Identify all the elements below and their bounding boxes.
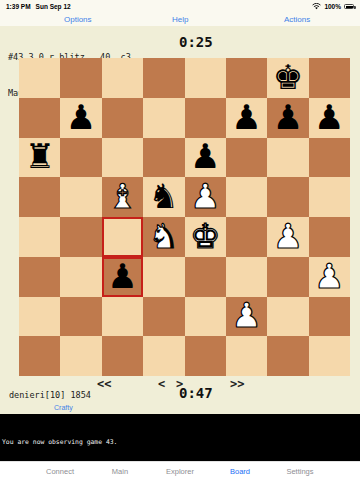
square-h1[interactable] [309, 336, 350, 376]
square-f8[interactable] [226, 58, 267, 98]
chess-board: ♚♟♟♟♟♜♟♝♞♟♞♚♟♟♟♟ [19, 58, 350, 376]
square-c6[interactable] [102, 138, 143, 178]
square-b1[interactable] [60, 336, 101, 376]
piece-white-knight-d4: ♞ [149, 219, 179, 253]
square-d6[interactable] [143, 138, 184, 178]
piece-black-pawn-f7: ♟ [231, 100, 261, 134]
menu-options[interactable]: Options [64, 15, 92, 24]
square-f4[interactable] [226, 217, 267, 257]
square-c7[interactable] [102, 98, 143, 138]
square-f3[interactable] [226, 257, 267, 297]
crafty-engine-link[interactable]: Crafty [54, 404, 73, 411]
piece-black-pawn-e6: ♟ [190, 139, 220, 173]
piece-black-pawn-c3: ♟ [107, 259, 137, 293]
square-d1[interactable] [143, 336, 184, 376]
square-d2[interactable] [143, 297, 184, 337]
square-g1[interactable] [267, 336, 308, 376]
square-a4[interactable] [19, 217, 60, 257]
tab-bar: Connect Main Explorer Board Settings [0, 461, 360, 480]
square-e6[interactable]: ♟ [185, 138, 226, 178]
piece-black-rook-a6: ♜ [24, 139, 54, 173]
status-time: 1:39 PM [6, 3, 31, 10]
tab-board[interactable]: Board [210, 467, 270, 476]
square-e3[interactable] [185, 257, 226, 297]
square-g3[interactable] [267, 257, 308, 297]
battery-percent: 100% [324, 3, 341, 10]
piece-black-pawn-h7: ♟ [314, 100, 344, 134]
square-h5[interactable] [309, 177, 350, 217]
square-e1[interactable] [185, 336, 226, 376]
square-g7[interactable]: ♟ [267, 98, 308, 138]
square-f1[interactable] [226, 336, 267, 376]
server-console: You are now observing game 43. Game 43: … [0, 414, 360, 461]
piece-black-king-g8: ♚ [273, 60, 303, 94]
square-g4[interactable]: ♟ [267, 217, 308, 257]
piece-white-king-e4: ♚ [190, 219, 220, 253]
nav-first-move-button[interactable]: << [97, 377, 111, 391]
tab-settings[interactable]: Settings [270, 467, 330, 476]
square-c8[interactable] [102, 58, 143, 98]
status-bar: 1:39 PM Sun Sep 12 100% [0, 0, 360, 13]
piece-white-bishop-c5: ♝ [107, 179, 137, 213]
square-d3[interactable] [143, 257, 184, 297]
square-b7[interactable]: ♟ [60, 98, 101, 138]
square-h4[interactable] [309, 217, 350, 257]
piece-white-pawn-g4: ♟ [273, 219, 303, 253]
square-a1[interactable] [19, 336, 60, 376]
square-c4[interactable] [102, 217, 143, 257]
square-c1[interactable] [102, 336, 143, 376]
menu-help[interactable]: Help [172, 15, 188, 24]
square-d5[interactable]: ♞ [143, 177, 184, 217]
square-f5[interactable] [226, 177, 267, 217]
square-h6[interactable] [309, 138, 350, 178]
square-e5[interactable]: ♟ [185, 177, 226, 217]
tab-explorer[interactable]: Explorer [150, 467, 210, 476]
menu-bar: Options Help Actions [0, 13, 360, 26]
piece-white-pawn-h3: ♟ [314, 259, 344, 293]
square-g5[interactable] [267, 177, 308, 217]
square-g2[interactable] [267, 297, 308, 337]
square-c2[interactable] [102, 297, 143, 337]
square-d8[interactable] [143, 58, 184, 98]
menu-actions[interactable]: Actions [284, 15, 310, 24]
square-a2[interactable] [19, 297, 60, 337]
console-line: You are now observing game 43. [2, 437, 358, 448]
piece-white-pawn-e5: ♟ [190, 179, 220, 213]
square-c5[interactable]: ♝ [102, 177, 143, 217]
square-d4[interactable]: ♞ [143, 217, 184, 257]
piece-white-pawn-f2: ♟ [231, 298, 261, 332]
tab-connect[interactable]: Connect [30, 467, 90, 476]
square-e2[interactable] [185, 297, 226, 337]
square-a7[interactable] [19, 98, 60, 138]
square-a3[interactable] [19, 257, 60, 297]
status-date: Sun Sep 12 [36, 3, 71, 10]
square-h2[interactable] [309, 297, 350, 337]
square-b4[interactable] [60, 217, 101, 257]
piece-black-pawn-b7: ♟ [66, 100, 96, 134]
square-a6[interactable]: ♜ [19, 138, 60, 178]
square-h7[interactable]: ♟ [309, 98, 350, 138]
square-e8[interactable] [185, 58, 226, 98]
bottom-player-clock: 0:47 [179, 385, 213, 401]
square-e7[interactable] [185, 98, 226, 138]
piece-black-pawn-g7: ♟ [273, 100, 303, 134]
square-b6[interactable] [60, 138, 101, 178]
square-g6[interactable] [267, 138, 308, 178]
nav-prev-move-button[interactable]: < [158, 377, 165, 391]
square-e4[interactable]: ♚ [185, 217, 226, 257]
bottom-player-label: denieri[10] 1854 [9, 390, 91, 400]
tab-main[interactable]: Main [90, 467, 150, 476]
square-g8[interactable]: ♚ [267, 58, 308, 98]
square-a5[interactable] [19, 177, 60, 217]
square-h3[interactable]: ♟ [309, 257, 350, 297]
square-b3[interactable] [60, 257, 101, 297]
square-f7[interactable]: ♟ [226, 98, 267, 138]
square-b5[interactable] [60, 177, 101, 217]
square-b8[interactable] [60, 58, 101, 98]
nav-last-move-button[interactable]: >> [230, 377, 244, 391]
square-a8[interactable] [19, 58, 60, 98]
square-d7[interactable] [143, 98, 184, 138]
piece-black-knight-d5: ♞ [149, 179, 179, 213]
top-player-clock: 0:25 [179, 34, 213, 50]
square-f6[interactable] [226, 138, 267, 178]
square-c3[interactable]: ♟ [102, 257, 143, 297]
square-f2[interactable]: ♟ [226, 297, 267, 337]
wifi-icon [312, 3, 321, 11]
battery-icon [344, 4, 354, 9]
square-b2[interactable] [60, 297, 101, 337]
square-h8[interactable] [309, 58, 350, 98]
